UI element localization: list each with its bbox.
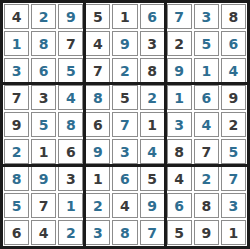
cell-r9c7[interactable]: 5 — [167, 220, 192, 245]
given-digit: 4 — [39, 226, 49, 240]
filled-digit: 7 — [229, 172, 239, 186]
filled-digit: 8 — [39, 37, 49, 51]
filled-digit: 3 — [201, 10, 211, 24]
given-digit: 2 — [229, 118, 239, 132]
cell-r2c5[interactable]: 9 — [112, 31, 137, 56]
cell-r7c1[interactable]: 8 — [4, 166, 29, 191]
cell-r9c4[interactable]: 3 — [85, 220, 110, 245]
cell-r2c1[interactable]: 1 — [4, 31, 29, 56]
given-digit: 7 — [93, 64, 103, 78]
cell-r3c1[interactable]: 3 — [4, 58, 29, 83]
cell-r7c2[interactable]: 9 — [31, 166, 56, 191]
filled-digit: 6 — [174, 199, 184, 213]
cell-r8c1[interactable]: 5 — [4, 193, 29, 218]
cell-r4c3[interactable]: 4 — [58, 85, 83, 110]
cell-r3c7[interactable]: 9 — [167, 58, 192, 83]
cell-r1c1[interactable]: 4 — [4, 4, 29, 29]
given-digit: 3 — [39, 91, 49, 105]
filled-digit: 6 — [229, 37, 239, 51]
filled-digit: 8 — [120, 226, 130, 240]
cell-r5c4[interactable]: 6 — [85, 112, 110, 137]
cell-r3c2[interactable]: 6 — [31, 58, 56, 83]
cell-r9c9[interactable]: 1 — [221, 220, 246, 245]
filled-digit: 4 — [201, 118, 211, 132]
cell-r8c7[interactable]: 6 — [167, 193, 192, 218]
cell-r2c4[interactable]: 4 — [85, 31, 110, 56]
filled-digit: 3 — [229, 199, 239, 213]
cell-r2c7[interactable]: 2 — [167, 31, 192, 56]
cell-r7c9[interactable]: 7 — [221, 166, 246, 191]
cell-r4c2[interactable]: 3 — [31, 85, 56, 110]
given-digit: 2 — [174, 37, 184, 51]
cell-r6c1[interactable]: 2 — [4, 139, 29, 164]
cell-r9c8[interactable]: 9 — [194, 220, 219, 245]
cell-r8c8[interactable]: 8 — [194, 193, 219, 218]
filled-digit: 9 — [93, 145, 103, 159]
cell-r1c9[interactable]: 8 — [221, 4, 246, 29]
filled-digit: 4 — [229, 64, 239, 78]
cell-r4c1[interactable]: 7 — [4, 85, 29, 110]
cell-r9c2[interactable]: 4 — [31, 220, 56, 245]
cell-r6c3[interactable]: 6 — [58, 139, 83, 164]
cell-r4c4[interactable]: 8 — [85, 85, 110, 110]
given-digit: 6 — [66, 145, 76, 159]
filled-digit: 1 — [174, 91, 184, 105]
cell-r5c3[interactable]: 8 — [58, 112, 83, 137]
cell-r4c6[interactable]: 2 — [140, 85, 165, 110]
cell-r8c6[interactable]: 9 — [140, 193, 165, 218]
filled-digit: 3 — [120, 145, 130, 159]
given-digit: 4 — [174, 172, 184, 186]
cell-r4c5[interactable]: 5 — [112, 85, 137, 110]
filled-digit: 7 — [174, 10, 184, 24]
given-digit: 1 — [93, 172, 103, 186]
cell-r8c9[interactable]: 3 — [221, 193, 246, 218]
cell-r1c5[interactable]: 1 — [112, 4, 137, 29]
filled-digit: 6 — [39, 64, 49, 78]
filled-digit: 2 — [147, 91, 157, 105]
filled-digit: 5 — [12, 199, 22, 213]
cell-r3c5[interactable]: 2 — [112, 58, 137, 83]
cell-r7c7[interactable]: 4 — [167, 166, 192, 191]
filled-digit: 2 — [12, 145, 22, 159]
filled-digit: 8 — [12, 172, 22, 186]
cell-r1c4[interactable]: 5 — [85, 4, 110, 29]
filled-digit: 4 — [147, 145, 157, 159]
filled-digit: 6 — [201, 91, 211, 105]
filled-digit: 2 — [39, 10, 49, 24]
cell-r7c5[interactable]: 6 — [112, 166, 137, 191]
given-digit: 7 — [12, 91, 22, 105]
cell-r7c8[interactable]: 2 — [194, 166, 219, 191]
filled-digit: 5 — [229, 145, 239, 159]
cell-r7c4[interactable]: 1 — [85, 166, 110, 191]
cell-r1c6[interactable]: 6 — [140, 4, 165, 29]
filled-digit: 5 — [39, 118, 49, 132]
cell-r5c6[interactable]: 1 — [140, 112, 165, 137]
given-digit: 8 — [147, 64, 157, 78]
cell-r3c9[interactable]: 4 — [221, 58, 246, 83]
given-digit: 7 — [201, 145, 211, 159]
filled-digit: 2 — [201, 172, 211, 186]
cell-r6c6[interactable]: 4 — [140, 139, 165, 164]
given-digit: 1 — [147, 118, 157, 132]
cell-r9c1[interactable]: 6 — [4, 220, 29, 245]
given-digit: 9 — [201, 226, 211, 240]
given-digit: 9 — [12, 118, 22, 132]
given-digit: 3 — [66, 172, 76, 186]
cell-r1c2[interactable]: 2 — [31, 4, 56, 29]
given-digit: 6 — [12, 226, 22, 240]
given-digit: 3 — [147, 37, 157, 51]
cell-r2c6[interactable]: 3 — [140, 31, 165, 56]
filled-digit: 9 — [147, 199, 157, 213]
cell-r2c8[interactable]: 5 — [194, 31, 219, 56]
filled-digit: 1 — [66, 199, 76, 213]
given-digit: 1 — [120, 10, 130, 24]
given-digit: 4 — [120, 199, 130, 213]
given-digit: 5 — [93, 10, 103, 24]
given-digit: 1 — [229, 226, 239, 240]
filled-digit: 7 — [120, 118, 130, 132]
cell-r1c3[interactable]: 9 — [58, 4, 83, 29]
filled-digit: 9 — [174, 64, 184, 78]
given-digit: 7 — [39, 199, 49, 213]
cell-r4c8[interactable]: 6 — [194, 85, 219, 110]
filled-digit: 9 — [39, 172, 49, 186]
given-digit: 5 — [120, 91, 130, 105]
cell-r7c3[interactable]: 3 — [58, 166, 83, 191]
cell-r2c9[interactable]: 6 — [221, 31, 246, 56]
cell-r6c9[interactable]: 5 — [221, 139, 246, 164]
cell-r5c9[interactable]: 2 — [221, 112, 246, 137]
cell-r4c7[interactable]: 1 — [167, 85, 192, 110]
cell-r5c1[interactable]: 9 — [4, 112, 29, 137]
filled-digit: 6 — [147, 10, 157, 24]
cell-r6c7[interactable]: 8 — [167, 139, 192, 164]
filled-digit: 8 — [93, 91, 103, 105]
cell-r3c8[interactable]: 1 — [194, 58, 219, 83]
cell-r9c6[interactable]: 7 — [140, 220, 165, 245]
cell-r8c3[interactable]: 1 — [58, 193, 83, 218]
cell-r1c7[interactable]: 7 — [167, 4, 192, 29]
filled-digit: 7 — [147, 226, 157, 240]
given-digit: 4 — [93, 37, 103, 51]
given-digit: 8 — [174, 145, 184, 159]
sudoku-board: 4295167381874932563657289147348521699586… — [0, 0, 250, 249]
cell-r2c2[interactable]: 8 — [31, 31, 56, 56]
given-digit: 5 — [147, 172, 157, 186]
cell-r5c8[interactable]: 4 — [194, 112, 219, 137]
cell-r8c4[interactable]: 2 — [85, 193, 110, 218]
cell-r5c7[interactable]: 3 — [167, 112, 192, 137]
filled-digit: 9 — [66, 10, 76, 24]
cell-r7c6[interactable]: 5 — [140, 166, 165, 191]
cell-r4c9[interactable]: 9 — [221, 85, 246, 110]
cell-r3c3[interactable]: 5 — [58, 58, 83, 83]
filled-digit: 6 — [120, 172, 130, 186]
cell-r6c5[interactable]: 3 — [112, 139, 137, 164]
filled-digit: 3 — [12, 64, 22, 78]
filled-digit: 5 — [66, 64, 76, 78]
cell-r1c8[interactable]: 3 — [194, 4, 219, 29]
given-digit: 6 — [93, 118, 103, 132]
filled-digit: 1 — [201, 64, 211, 78]
given-digit: 7 — [66, 37, 76, 51]
cell-r8c2[interactable]: 7 — [31, 193, 56, 218]
filled-digit: 8 — [66, 118, 76, 132]
cell-r5c5[interactable]: 7 — [112, 112, 137, 137]
cell-r9c5[interactable]: 8 — [112, 220, 137, 245]
cell-r3c6[interactable]: 8 — [140, 58, 165, 83]
given-digit: 8 — [201, 199, 211, 213]
cell-r6c2[interactable]: 1 — [31, 139, 56, 164]
filled-digit: 3 — [93, 226, 103, 240]
cell-r2c3[interactable]: 7 — [58, 31, 83, 56]
cell-r5c2[interactable]: 5 — [31, 112, 56, 137]
cell-r6c4[interactable]: 9 — [85, 139, 110, 164]
filled-digit: 2 — [66, 226, 76, 240]
filled-digit: 2 — [93, 199, 103, 213]
filled-digit: 3 — [174, 118, 184, 132]
filled-digit: 9 — [120, 37, 130, 51]
cell-r9c3[interactable]: 2 — [58, 220, 83, 245]
filled-digit: 2 — [120, 64, 130, 78]
filled-digit: 4 — [66, 91, 76, 105]
filled-digit: 1 — [12, 37, 22, 51]
cell-r6c8[interactable]: 7 — [194, 139, 219, 164]
cell-r8c5[interactable]: 4 — [112, 193, 137, 218]
given-digit: 4 — [12, 10, 22, 24]
filled-digit: 5 — [201, 37, 211, 51]
given-digit: 5 — [174, 226, 184, 240]
given-digit: 9 — [229, 91, 239, 105]
cell-r3c4[interactable]: 7 — [85, 58, 110, 83]
given-digit: 8 — [229, 10, 239, 24]
given-digit: 1 — [39, 145, 49, 159]
